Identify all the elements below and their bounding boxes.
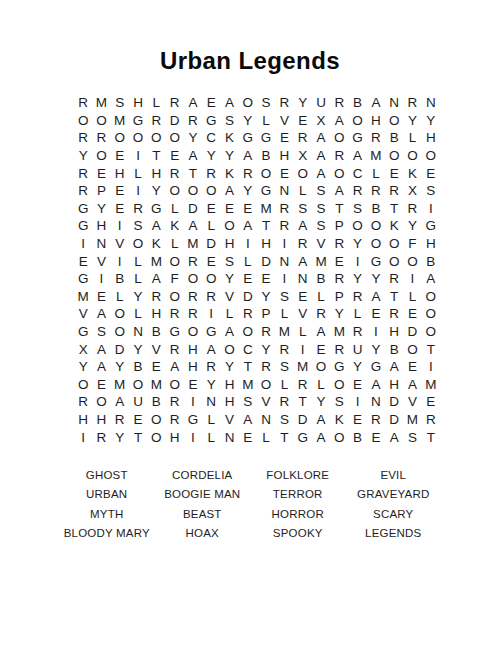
grid-cell[interactable]: U bbox=[129, 393, 147, 411]
grid-cell[interactable]: O bbox=[367, 217, 385, 235]
grid-cell[interactable]: Y bbox=[202, 147, 220, 165]
grid-cell[interactable]: S bbox=[403, 428, 421, 446]
grid-cell[interactable]: B bbox=[348, 428, 366, 446]
grid-cell[interactable]: A bbox=[184, 217, 202, 235]
grid-cell[interactable]: R bbox=[367, 411, 385, 429]
grid-cell[interactable]: L bbox=[275, 376, 293, 394]
grid-cell[interactable]: L bbox=[147, 94, 165, 112]
grid-cell[interactable]: S bbox=[111, 94, 129, 112]
grid-cell[interactable]: L bbox=[129, 164, 147, 182]
grid-cell[interactable]: R bbox=[74, 182, 92, 200]
grid-cell[interactable]: O bbox=[165, 182, 183, 200]
grid-cell[interactable]: R bbox=[74, 164, 92, 182]
grid-cell[interactable]: H bbox=[111, 164, 129, 182]
grid-cell[interactable]: A bbox=[220, 94, 238, 112]
grid-cell[interactable]: I bbox=[129, 147, 147, 165]
grid-cell[interactable]: F bbox=[165, 270, 183, 288]
grid-cell[interactable]: O bbox=[239, 323, 257, 341]
grid-cell[interactable]: E bbox=[403, 305, 421, 323]
grid-cell[interactable]: P bbox=[92, 182, 110, 200]
grid-cell[interactable]: A bbox=[165, 358, 183, 376]
grid-cell[interactable]: C bbox=[239, 340, 257, 358]
grid-cell[interactable]: O bbox=[385, 112, 403, 130]
grid-cell[interactable]: G bbox=[184, 411, 202, 429]
grid-cell[interactable]: I bbox=[294, 340, 312, 358]
grid-cell[interactable]: A bbox=[348, 147, 366, 165]
grid-cell[interactable]: E bbox=[184, 376, 202, 394]
grid-cell[interactable]: A bbox=[184, 147, 202, 165]
grid-cell[interactable]: E bbox=[202, 94, 220, 112]
grid-cell[interactable]: R bbox=[312, 305, 330, 323]
grid-cell[interactable]: C bbox=[348, 164, 366, 182]
grid-cell[interactable]: O bbox=[165, 252, 183, 270]
grid-cell[interactable]: P bbox=[257, 305, 275, 323]
grid-cell[interactable]: B bbox=[147, 393, 165, 411]
grid-cell[interactable]: A bbox=[147, 217, 165, 235]
grid-cell[interactable]: K bbox=[147, 235, 165, 253]
grid-cell[interactable]: E bbox=[239, 428, 257, 446]
grid-cell[interactable]: G bbox=[367, 358, 385, 376]
grid-cell[interactable]: R bbox=[385, 270, 403, 288]
grid-cell[interactable]: O bbox=[422, 323, 440, 341]
grid-cell[interactable]: L bbox=[257, 428, 275, 446]
grid-cell[interactable]: Y bbox=[257, 340, 275, 358]
grid-cell[interactable]: A bbox=[312, 147, 330, 165]
grid-cell[interactable]: L bbox=[367, 164, 385, 182]
grid-cell[interactable]: I bbox=[111, 252, 129, 270]
grid-cell[interactable]: S bbox=[312, 182, 330, 200]
grid-cell[interactable]: H bbox=[184, 358, 202, 376]
grid-cell[interactable]: I bbox=[184, 393, 202, 411]
grid-cell[interactable]: H bbox=[184, 340, 202, 358]
grid-cell[interactable]: O bbox=[330, 164, 348, 182]
grid-cell[interactable]: S bbox=[129, 217, 147, 235]
grid-cell[interactable]: K bbox=[165, 217, 183, 235]
grid-cell[interactable]: D bbox=[294, 411, 312, 429]
grid-cell[interactable]: X bbox=[74, 340, 92, 358]
grid-cell[interactable]: Y bbox=[367, 270, 385, 288]
grid-cell[interactable]: H bbox=[220, 235, 238, 253]
grid-cell[interactable]: R bbox=[165, 411, 183, 429]
grid-cell[interactable]: E bbox=[294, 112, 312, 130]
grid-cell[interactable]: E bbox=[239, 270, 257, 288]
grid-cell[interactable]: K bbox=[220, 129, 238, 147]
grid-cell[interactable]: O bbox=[348, 217, 366, 235]
grid-cell[interactable]: O bbox=[403, 252, 421, 270]
grid-cell[interactable]: A bbox=[422, 270, 440, 288]
grid-cell[interactable]: Y bbox=[111, 358, 129, 376]
grid-cell[interactable]: B bbox=[147, 323, 165, 341]
grid-cell[interactable]: O bbox=[422, 288, 440, 306]
grid-cell[interactable]: I bbox=[348, 252, 366, 270]
grid-cell[interactable]: H bbox=[220, 376, 238, 394]
grid-cell[interactable]: R bbox=[74, 393, 92, 411]
grid-cell[interactable]: R bbox=[403, 200, 421, 218]
grid-cell[interactable]: T bbox=[257, 217, 275, 235]
grid-cell[interactable]: I bbox=[92, 270, 110, 288]
grid-cell[interactable]: N bbox=[129, 323, 147, 341]
grid-cell[interactable]: O bbox=[147, 411, 165, 429]
grid-cell[interactable]: Y bbox=[220, 270, 238, 288]
grid-cell[interactable]: V bbox=[220, 288, 238, 306]
grid-cell[interactable]: E bbox=[348, 376, 366, 394]
grid-cell[interactable]: D bbox=[403, 323, 421, 341]
grid-cell[interactable]: B bbox=[385, 129, 403, 147]
grid-cell[interactable]: E bbox=[92, 376, 110, 394]
grid-cell[interactable]: D bbox=[111, 340, 129, 358]
grid-cell[interactable]: Y bbox=[348, 270, 366, 288]
grid-cell[interactable]: O bbox=[367, 235, 385, 253]
grid-cell[interactable]: L bbox=[129, 252, 147, 270]
grid-cell[interactable]: E bbox=[111, 147, 129, 165]
grid-cell[interactable]: E bbox=[202, 252, 220, 270]
grid-cell[interactable]: E bbox=[202, 200, 220, 218]
grid-cell[interactable]: T bbox=[239, 358, 257, 376]
grid-cell[interactable]: N bbox=[275, 252, 293, 270]
grid-cell[interactable]: N bbox=[422, 94, 440, 112]
grid-cell[interactable]: L bbox=[294, 182, 312, 200]
grid-cell[interactable]: E bbox=[367, 305, 385, 323]
grid-cell[interactable]: S bbox=[220, 252, 238, 270]
grid-cell[interactable]: R bbox=[74, 129, 92, 147]
grid-cell[interactable]: Y bbox=[312, 393, 330, 411]
grid-cell[interactable]: R bbox=[165, 393, 183, 411]
grid-cell[interactable]: V bbox=[312, 235, 330, 253]
grid-cell[interactable]: O bbox=[165, 376, 183, 394]
grid-cell[interactable]: V bbox=[275, 112, 293, 130]
grid-cell[interactable]: A bbox=[239, 217, 257, 235]
grid-cell[interactable]: M bbox=[147, 252, 165, 270]
grid-cell[interactable]: E bbox=[294, 288, 312, 306]
grid-cell[interactable]: G bbox=[74, 200, 92, 218]
grid-cell[interactable]: E bbox=[422, 164, 440, 182]
grid-cell[interactable]: H bbox=[385, 376, 403, 394]
grid-cell[interactable]: H bbox=[220, 393, 238, 411]
grid-cell[interactable]: S bbox=[422, 182, 440, 200]
grid-cell[interactable]: L bbox=[202, 428, 220, 446]
grid-cell[interactable]: Y bbox=[239, 182, 257, 200]
grid-cell[interactable]: O bbox=[294, 164, 312, 182]
grid-cell[interactable]: T bbox=[129, 428, 147, 446]
grid-cell[interactable]: U bbox=[348, 340, 366, 358]
grid-cell[interactable]: S bbox=[92, 323, 110, 341]
grid-cell[interactable]: Y bbox=[147, 182, 165, 200]
grid-cell[interactable]: L bbox=[202, 217, 220, 235]
grid-cell[interactable]: V bbox=[257, 393, 275, 411]
grid-cell[interactable]: S bbox=[348, 200, 366, 218]
grid-cell[interactable]: V bbox=[294, 305, 312, 323]
grid-cell[interactable]: R bbox=[184, 288, 202, 306]
grid-cell[interactable]: O bbox=[385, 252, 403, 270]
grid-cell[interactable]: G bbox=[367, 252, 385, 270]
grid-cell[interactable]: B bbox=[312, 270, 330, 288]
grid-cell[interactable]: E bbox=[74, 252, 92, 270]
grid-cell[interactable]: L bbox=[312, 376, 330, 394]
grid-cell[interactable]: A bbox=[92, 340, 110, 358]
grid-cell[interactable]: R bbox=[202, 164, 220, 182]
grid-cell[interactable]: S bbox=[330, 393, 348, 411]
grid-cell[interactable]: M bbox=[330, 323, 348, 341]
grid-cell[interactable]: R bbox=[92, 428, 110, 446]
grid-cell[interactable]: D bbox=[184, 200, 202, 218]
grid-cell[interactable]: A bbox=[312, 411, 330, 429]
grid-cell[interactable]: I bbox=[74, 235, 92, 253]
grid-cell[interactable]: A bbox=[330, 112, 348, 130]
grid-cell[interactable]: A bbox=[312, 164, 330, 182]
grid-cell[interactable]: M bbox=[147, 376, 165, 394]
grid-cell[interactable]: N bbox=[294, 270, 312, 288]
grid-cell[interactable]: E bbox=[330, 252, 348, 270]
grid-cell[interactable]: E bbox=[111, 200, 129, 218]
grid-cell[interactable]: G bbox=[422, 217, 440, 235]
grid-cell[interactable]: H bbox=[129, 94, 147, 112]
grid-cell[interactable]: I bbox=[129, 182, 147, 200]
grid-cell[interactable]: O bbox=[111, 129, 129, 147]
grid-cell[interactable]: L bbox=[312, 288, 330, 306]
grid-cell[interactable]: G bbox=[348, 129, 366, 147]
grid-cell[interactable]: O bbox=[202, 182, 220, 200]
grid-cell[interactable]: Y bbox=[220, 147, 238, 165]
grid-cell[interactable]: K bbox=[403, 164, 421, 182]
grid-cell[interactable]: X bbox=[312, 112, 330, 130]
grid-cell[interactable]: O bbox=[220, 340, 238, 358]
grid-cell[interactable]: F bbox=[403, 235, 421, 253]
grid-cell[interactable]: T bbox=[422, 428, 440, 446]
grid-cell[interactable]: B bbox=[385, 340, 403, 358]
grid-cell[interactable]: B bbox=[348, 94, 366, 112]
grid-cell[interactable]: O bbox=[111, 323, 129, 341]
grid-cell[interactable]: L bbox=[294, 323, 312, 341]
grid-cell[interactable]: R bbox=[275, 200, 293, 218]
grid-cell[interactable]: O bbox=[385, 147, 403, 165]
grid-cell[interactable]: R bbox=[257, 323, 275, 341]
grid-cell[interactable]: N bbox=[202, 393, 220, 411]
grid-cell[interactable]: Y bbox=[129, 340, 147, 358]
grid-cell[interactable]: E bbox=[275, 164, 293, 182]
grid-cell[interactable]: B bbox=[129, 358, 147, 376]
grid-cell[interactable]: S bbox=[257, 94, 275, 112]
grid-cell[interactable]: V bbox=[111, 235, 129, 253]
grid-cell[interactable]: S bbox=[312, 200, 330, 218]
grid-cell[interactable]: I bbox=[367, 323, 385, 341]
grid-cell[interactable]: Y bbox=[111, 428, 129, 446]
grid-cell[interactable]: A bbox=[367, 94, 385, 112]
grid-cell[interactable]: E bbox=[348, 411, 366, 429]
grid-cell[interactable]: R bbox=[330, 147, 348, 165]
grid-cell[interactable]: L bbox=[403, 288, 421, 306]
grid-cell[interactable]: R bbox=[330, 235, 348, 253]
grid-cell[interactable]: V bbox=[92, 252, 110, 270]
grid-cell[interactable]: Y bbox=[239, 112, 257, 130]
grid-cell[interactable]: R bbox=[294, 376, 312, 394]
grid-cell[interactable]: O bbox=[129, 376, 147, 394]
grid-cell[interactable]: O bbox=[202, 270, 220, 288]
grid-cell[interactable]: Y bbox=[330, 305, 348, 323]
grid-cell[interactable]: T bbox=[422, 340, 440, 358]
grid-cell[interactable]: G bbox=[74, 270, 92, 288]
grid-cell[interactable]: A bbox=[312, 323, 330, 341]
grid-cell[interactable]: A bbox=[403, 376, 421, 394]
grid-cell[interactable]: L bbox=[220, 305, 238, 323]
grid-cell[interactable]: O bbox=[147, 428, 165, 446]
grid-cell[interactable]: R bbox=[239, 305, 257, 323]
grid-cell[interactable]: R bbox=[147, 112, 165, 130]
grid-cell[interactable]: I bbox=[275, 235, 293, 253]
grid-cell[interactable]: T bbox=[294, 393, 312, 411]
grid-cell[interactable]: R bbox=[275, 217, 293, 235]
grid-cell[interactable]: G bbox=[74, 217, 92, 235]
grid-cell[interactable]: Y bbox=[403, 112, 421, 130]
grid-cell[interactable]: A bbox=[202, 340, 220, 358]
grid-cell[interactable]: D bbox=[165, 112, 183, 130]
grid-cell[interactable]: L bbox=[129, 305, 147, 323]
grid-cell[interactable]: Y bbox=[348, 235, 366, 253]
grid-cell[interactable]: H bbox=[74, 411, 92, 429]
grid-cell[interactable]: R bbox=[184, 112, 202, 130]
grid-cell[interactable]: E bbox=[257, 270, 275, 288]
grid-cell[interactable]: R bbox=[165, 305, 183, 323]
grid-cell[interactable]: R bbox=[348, 288, 366, 306]
grid-cell[interactable]: T bbox=[385, 288, 403, 306]
grid-cell[interactable]: M bbox=[367, 147, 385, 165]
grid-cell[interactable]: E bbox=[367, 428, 385, 446]
grid-cell[interactable]: I bbox=[184, 428, 202, 446]
grid-cell[interactable]: A bbox=[239, 411, 257, 429]
grid-cell[interactable]: H bbox=[92, 217, 110, 235]
grid-cell[interactable]: E bbox=[275, 129, 293, 147]
grid-cell[interactable]: L bbox=[129, 270, 147, 288]
grid-cell[interactable]: R bbox=[367, 182, 385, 200]
grid-cell[interactable]: R bbox=[239, 164, 257, 182]
grid-cell[interactable]: O bbox=[312, 358, 330, 376]
grid-cell[interactable]: L bbox=[257, 112, 275, 130]
grid-cell[interactable]: O bbox=[403, 340, 421, 358]
grid-cell[interactable]: I bbox=[422, 200, 440, 218]
grid-cell[interactable]: E bbox=[312, 340, 330, 358]
grid-cell[interactable]: U bbox=[312, 94, 330, 112]
grid-cell[interactable]: V bbox=[74, 305, 92, 323]
grid-cell[interactable]: E bbox=[92, 288, 110, 306]
grid-cell[interactable]: R bbox=[129, 200, 147, 218]
grid-cell[interactable]: A bbox=[367, 288, 385, 306]
grid-cell[interactable]: O bbox=[129, 235, 147, 253]
grid-cell[interactable]: D bbox=[385, 393, 403, 411]
grid-cell[interactable]: Y bbox=[74, 147, 92, 165]
grid-cell[interactable]: K bbox=[220, 164, 238, 182]
grid-cell[interactable]: R bbox=[367, 129, 385, 147]
grid-cell[interactable]: D bbox=[385, 411, 403, 429]
grid-cell[interactable]: Y bbox=[348, 358, 366, 376]
grid-cell[interactable]: R bbox=[275, 340, 293, 358]
grid-cell[interactable]: R bbox=[275, 393, 293, 411]
grid-cell[interactable]: Y bbox=[184, 129, 202, 147]
grid-cell[interactable]: R bbox=[165, 94, 183, 112]
grid-cell[interactable]: M bbox=[111, 376, 129, 394]
grid-cell[interactable]: K bbox=[330, 411, 348, 429]
grid-cell[interactable]: H bbox=[422, 235, 440, 253]
grid-cell[interactable]: B bbox=[367, 200, 385, 218]
grid-cell[interactable]: O bbox=[92, 112, 110, 130]
grid-cell[interactable]: R bbox=[294, 235, 312, 253]
grid-cell[interactable]: E bbox=[422, 393, 440, 411]
grid-cell[interactable]: K bbox=[385, 217, 403, 235]
grid-cell[interactable]: S bbox=[239, 393, 257, 411]
grid-cell[interactable]: I bbox=[111, 217, 129, 235]
grid-cell[interactable]: M bbox=[257, 200, 275, 218]
grid-cell[interactable]: E bbox=[92, 164, 110, 182]
grid-cell[interactable]: M bbox=[312, 252, 330, 270]
grid-cell[interactable]: R bbox=[111, 411, 129, 429]
grid-cell[interactable]: V bbox=[403, 393, 421, 411]
grid-cell[interactable]: I bbox=[348, 393, 366, 411]
grid-cell[interactable]: O bbox=[257, 376, 275, 394]
grid-cell[interactable]: D bbox=[257, 252, 275, 270]
grid-cell[interactable]: I bbox=[422, 358, 440, 376]
grid-cell[interactable]: R bbox=[184, 305, 202, 323]
grid-cell[interactable]: O bbox=[147, 129, 165, 147]
grid-cell[interactable]: R bbox=[348, 182, 366, 200]
grid-cell[interactable]: L bbox=[202, 411, 220, 429]
grid-cell[interactable]: S bbox=[294, 200, 312, 218]
grid-cell[interactable]: A bbox=[239, 147, 257, 165]
grid-cell[interactable]: O bbox=[129, 129, 147, 147]
grid-cell[interactable]: V bbox=[220, 411, 238, 429]
grid-cell[interactable]: G bbox=[202, 323, 220, 341]
grid-cell[interactable]: O bbox=[257, 164, 275, 182]
grid-cell[interactable]: O bbox=[74, 112, 92, 130]
grid-cell[interactable]: B bbox=[422, 252, 440, 270]
grid-cell[interactable]: E bbox=[385, 164, 403, 182]
grid-cell[interactable]: V bbox=[147, 340, 165, 358]
grid-cell[interactable]: E bbox=[165, 147, 183, 165]
grid-cell[interactable]: R bbox=[165, 340, 183, 358]
grid-cell[interactable]: O bbox=[348, 112, 366, 130]
grid-cell[interactable]: T bbox=[330, 200, 348, 218]
grid-cell[interactable]: E bbox=[220, 200, 238, 218]
grid-cell[interactable]: O bbox=[422, 305, 440, 323]
grid-cell[interactable]: T bbox=[385, 200, 403, 218]
grid-cell[interactable]: G bbox=[257, 182, 275, 200]
grid-cell[interactable]: I bbox=[403, 270, 421, 288]
grid-cell[interactable]: H bbox=[422, 129, 440, 147]
grid-cell[interactable]: L bbox=[239, 252, 257, 270]
grid-cell[interactable]: N bbox=[385, 94, 403, 112]
grid-cell[interactable]: O bbox=[330, 376, 348, 394]
grid-cell[interactable]: L bbox=[348, 305, 366, 323]
grid-cell[interactable]: A bbox=[147, 270, 165, 288]
grid-cell[interactable]: N bbox=[367, 393, 385, 411]
grid-cell[interactable]: T bbox=[147, 147, 165, 165]
grid-cell[interactable]: O bbox=[184, 182, 202, 200]
grid-cell[interactable]: A bbox=[294, 217, 312, 235]
grid-cell[interactable]: L bbox=[275, 305, 293, 323]
grid-cell[interactable]: O bbox=[74, 376, 92, 394]
grid-cell[interactable]: A bbox=[330, 182, 348, 200]
grid-cell[interactable]: S bbox=[275, 411, 293, 429]
grid-cell[interactable]: E bbox=[147, 358, 165, 376]
grid-cell[interactable]: A bbox=[220, 182, 238, 200]
grid-cell[interactable]: R bbox=[294, 129, 312, 147]
grid-cell[interactable]: O bbox=[184, 270, 202, 288]
grid-cell[interactable]: A bbox=[385, 358, 403, 376]
grid-cell[interactable]: G bbox=[147, 200, 165, 218]
grid-cell[interactable]: O bbox=[165, 129, 183, 147]
grid-cell[interactable]: M bbox=[74, 288, 92, 306]
grid-cell[interactable]: R bbox=[385, 182, 403, 200]
grid-cell[interactable]: M bbox=[422, 376, 440, 394]
grid-cell[interactable]: N bbox=[275, 182, 293, 200]
grid-cell[interactable]: A bbox=[184, 94, 202, 112]
